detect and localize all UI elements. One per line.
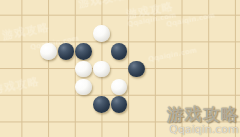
ghost-watermark: Qqaiqin.com: [166, 12, 216, 29]
ghost-watermark: 游戏攻略: [77, 0, 126, 10]
ghost-watermark-url: Qqaiqin.com: [166, 12, 216, 29]
board-cell[interactable]: [39, 25, 57, 43]
black-stone: [128, 61, 145, 78]
board-cell[interactable]: [57, 25, 75, 43]
board-cell[interactable]: [128, 25, 146, 43]
white-stone: [93, 25, 110, 42]
site-watermark-url: Qqaiqin.com: [167, 124, 239, 135]
ghost-watermark-title: 游戏攻略: [77, 0, 126, 10]
board-cell[interactable]: [128, 42, 146, 60]
board-cell[interactable]: [39, 60, 57, 78]
ghost-watermark: Qqaiqin.com: [148, 47, 198, 64]
black-stone: [93, 96, 110, 113]
black-stone: [75, 43, 92, 60]
white-stone: [75, 79, 92, 96]
board-cell[interactable]: [75, 78, 93, 96]
board-cell[interactable]: [75, 25, 93, 43]
black-stone: [58, 43, 75, 60]
board-cell[interactable]: [39, 42, 57, 60]
board-grid: [39, 25, 145, 114]
white-stone: [111, 79, 128, 96]
board-cell[interactable]: [128, 78, 146, 96]
board-cell[interactable]: [75, 60, 93, 78]
board-cell[interactable]: [92, 25, 110, 43]
ghost-watermark-title: 游戏攻略: [0, 76, 41, 96]
board-cell[interactable]: [57, 42, 75, 60]
black-stone: [111, 43, 128, 60]
black-stone: [111, 96, 128, 113]
board-cell[interactable]: [92, 96, 110, 114]
board-cell[interactable]: [57, 78, 75, 96]
board-cell[interactable]: [92, 78, 110, 96]
board-cell[interactable]: [39, 96, 57, 114]
board-cell[interactable]: [110, 60, 128, 78]
site-watermark: 游戏攻略 Qqaiqin.com: [167, 106, 239, 135]
site-watermark-title: 游戏攻略: [167, 106, 239, 123]
board-cell[interactable]: [128, 60, 146, 78]
ghost-watermark: 游戏攻略: [0, 76, 41, 96]
board-cell[interactable]: [57, 60, 75, 78]
white-stone: [75, 61, 92, 78]
gomoku-board: 游戏攻略 游戏攻略 Qqaiqin.com Qqaiqin.com 游戏攻略 Q…: [0, 0, 240, 137]
board-cell[interactable]: [75, 42, 93, 60]
ghost-watermark-url: Qqaiqin.com: [148, 47, 198, 64]
white-stone: [40, 43, 57, 60]
board-cell[interactable]: [110, 96, 128, 114]
board-cell[interactable]: [75, 96, 93, 114]
board-cell[interactable]: [39, 78, 57, 96]
board-cell[interactable]: [57, 96, 75, 114]
board-cell[interactable]: [110, 78, 128, 96]
ghost-watermark-title: 游戏攻略: [125, 0, 176, 21]
board-cell[interactable]: [92, 60, 110, 78]
board-cell[interactable]: [92, 42, 110, 60]
white-stone: [93, 61, 110, 78]
board-cell[interactable]: [110, 25, 128, 43]
board-cell[interactable]: [128, 96, 146, 114]
board-cell[interactable]: [110, 42, 128, 60]
